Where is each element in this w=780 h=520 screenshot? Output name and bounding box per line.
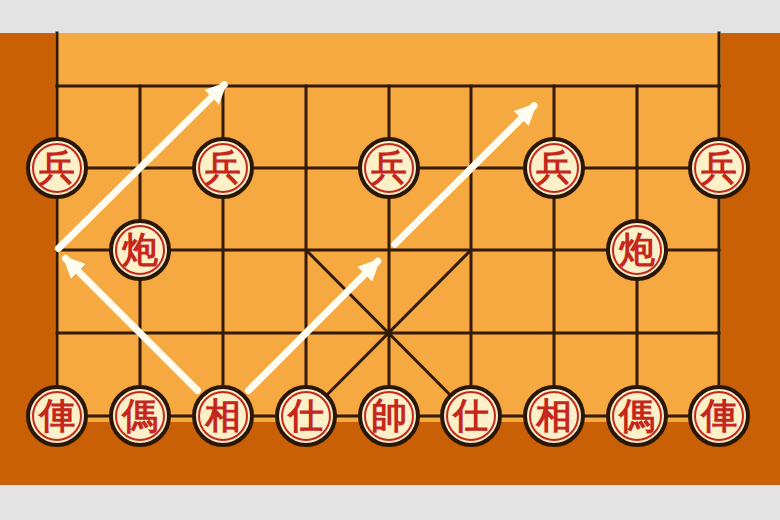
piece-soldier-g4[interactable]: 兵 bbox=[523, 137, 585, 199]
piece-cannon-b3[interactable]: 炮 bbox=[109, 219, 171, 281]
piece-soldier-a4[interactable]: 兵 bbox=[26, 137, 88, 199]
piece-general-e1[interactable]: 帥 bbox=[358, 385, 420, 447]
piece-advisor-f1[interactable]: 仕 bbox=[440, 385, 502, 447]
piece-glyph: 兵 bbox=[701, 149, 737, 185]
piece-soldier-i4[interactable]: 兵 bbox=[688, 137, 750, 199]
piece-glyph: 兵 bbox=[205, 149, 241, 185]
piece-glyph: 兵 bbox=[371, 149, 407, 185]
piece-glyph: 帥 bbox=[371, 397, 407, 433]
piece-glyph: 炮 bbox=[619, 231, 655, 267]
piece-chariot-i1[interactable]: 俥 bbox=[688, 385, 750, 447]
piece-soldier-c4[interactable]: 兵 bbox=[192, 137, 254, 199]
piece-glyph: 仕 bbox=[453, 397, 489, 433]
piece-cannon-h3[interactable]: 炮 bbox=[606, 219, 668, 281]
piece-glyph: 炮 bbox=[122, 231, 158, 267]
pieces-layer: 俥傌相仕帥仕相傌俥炮炮兵兵兵兵兵 bbox=[0, 0, 780, 520]
piece-glyph: 兵 bbox=[536, 149, 572, 185]
piece-chariot-a1[interactable]: 俥 bbox=[26, 385, 88, 447]
piece-glyph: 傌 bbox=[122, 397, 158, 433]
piece-advisor-d1[interactable]: 仕 bbox=[275, 385, 337, 447]
piece-glyph: 相 bbox=[536, 397, 572, 433]
piece-horse-b1[interactable]: 傌 bbox=[109, 385, 171, 447]
page-background: 俥傌相仕帥仕相傌俥炮炮兵兵兵兵兵 bbox=[0, 0, 780, 520]
piece-glyph: 俥 bbox=[39, 397, 75, 433]
piece-glyph: 俥 bbox=[701, 397, 737, 433]
piece-soldier-e4[interactable]: 兵 bbox=[358, 137, 420, 199]
piece-glyph: 兵 bbox=[39, 149, 75, 185]
piece-glyph: 傌 bbox=[619, 397, 655, 433]
piece-horse-h1[interactable]: 傌 bbox=[606, 385, 668, 447]
piece-elephant-c1[interactable]: 相 bbox=[192, 385, 254, 447]
piece-elephant-g1[interactable]: 相 bbox=[523, 385, 585, 447]
piece-glyph: 仕 bbox=[288, 397, 324, 433]
piece-glyph: 相 bbox=[205, 397, 241, 433]
